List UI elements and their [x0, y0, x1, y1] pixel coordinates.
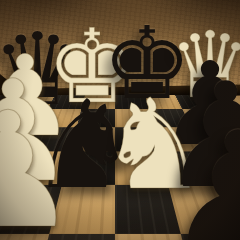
black-pawn: ♟ [163, 110, 240, 240]
chess-scene[interactable]: ♛ ♚ ♚ ♛ ♟ ♟ ♞ ♞ ♟ ♟ ♟ ♟ [0, 0, 240, 240]
pieces-layer: ♛ ♚ ♚ ♛ ♟ ♟ ♞ ♞ ♟ ♟ ♟ ♟ [0, 0, 240, 240]
white-pawn: ♟ [0, 91, 80, 240]
